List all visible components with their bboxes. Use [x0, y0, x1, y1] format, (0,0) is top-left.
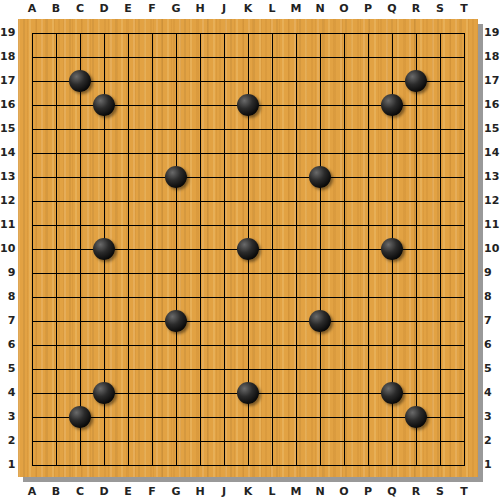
go-board-screen: ABCDEFGHJKLMNOPQRST 19181716151413121110… — [0, 0, 500, 500]
row-label: 13 — [483, 165, 499, 189]
column-label: T — [452, 1, 476, 17]
go-board[interactable] — [18, 19, 478, 477]
row-label: 8 — [483, 285, 499, 309]
column-label: E — [116, 484, 140, 500]
black-stone-N7 — [309, 310, 331, 332]
row-label: 3 — [0, 405, 16, 429]
row-label: 1 — [483, 453, 499, 477]
row-label: 1 — [0, 453, 16, 477]
black-stone-K10 — [237, 238, 259, 260]
row-label: 18 — [483, 45, 499, 69]
row-label: 6 — [483, 333, 499, 357]
row-label: 4 — [0, 381, 16, 405]
black-stone-N13 — [309, 166, 331, 188]
column-label: D — [92, 1, 116, 17]
column-labels-top: ABCDEFGHJKLMNOPQRST — [20, 1, 476, 17]
row-label: 12 — [483, 189, 499, 213]
row-label: 9 — [483, 261, 499, 285]
column-label: N — [308, 484, 332, 500]
row-label: 2 — [0, 429, 16, 453]
column-label: L — [260, 484, 284, 500]
black-stone-D4 — [93, 382, 115, 404]
row-label: 13 — [0, 165, 16, 189]
column-labels-bottom: ABCDEFGHJKLMNOPQRST — [20, 484, 476, 500]
black-stone-C3 — [69, 406, 91, 428]
row-label: 7 — [483, 309, 499, 333]
column-label: P — [356, 484, 380, 500]
column-label: O — [332, 484, 356, 500]
row-label: 11 — [0, 213, 16, 237]
column-label: N — [308, 1, 332, 17]
black-stone-G13 — [165, 166, 187, 188]
black-stone-Q4 — [381, 382, 403, 404]
column-label: G — [164, 1, 188, 17]
column-label: M — [284, 1, 308, 17]
column-label: J — [212, 1, 236, 17]
column-label: G — [164, 484, 188, 500]
black-stone-R17 — [405, 70, 427, 92]
column-label: L — [260, 1, 284, 17]
column-label: Q — [380, 484, 404, 500]
column-label: B — [44, 484, 68, 500]
row-label: 2 — [483, 429, 499, 453]
stones-layer — [20, 21, 476, 477]
black-stone-G7 — [165, 310, 187, 332]
black-stone-Q10 — [381, 238, 403, 260]
column-label: C — [68, 1, 92, 17]
row-label: 7 — [0, 309, 16, 333]
column-label: M — [284, 484, 308, 500]
row-label: 6 — [0, 333, 16, 357]
row-label: 17 — [483, 69, 499, 93]
row-label: 4 — [483, 381, 499, 405]
row-label: 9 — [0, 261, 16, 285]
row-label: 5 — [483, 357, 499, 381]
black-stone-D16 — [93, 94, 115, 116]
row-label: 10 — [483, 237, 499, 261]
column-label: P — [356, 1, 380, 17]
black-stone-D10 — [93, 238, 115, 260]
black-stone-R3 — [405, 406, 427, 428]
row-label: 10 — [0, 237, 16, 261]
column-label: R — [404, 484, 428, 500]
row-label: 5 — [0, 357, 16, 381]
row-label: 14 — [483, 141, 499, 165]
row-label: 8 — [0, 285, 16, 309]
column-label: S — [428, 484, 452, 500]
row-labels-left: 19181716151413121110987654321 — [0, 21, 16, 477]
row-label: 18 — [0, 45, 16, 69]
black-stone-C17 — [69, 70, 91, 92]
black-stone-K16 — [237, 94, 259, 116]
column-label: J — [212, 484, 236, 500]
column-label: A — [20, 1, 44, 17]
row-label: 15 — [0, 117, 16, 141]
black-stone-K4 — [237, 382, 259, 404]
column-label: E — [116, 1, 140, 17]
column-label: O — [332, 1, 356, 17]
row-label: 12 — [0, 189, 16, 213]
row-labels-right: 19181716151413121110987654321 — [483, 21, 499, 477]
row-label: 3 — [483, 405, 499, 429]
column-label: Q — [380, 1, 404, 17]
column-label: S — [428, 1, 452, 17]
column-label: K — [236, 1, 260, 17]
column-label: F — [140, 484, 164, 500]
row-label: 17 — [0, 69, 16, 93]
column-label: R — [404, 1, 428, 17]
row-label: 16 — [483, 93, 499, 117]
column-label: K — [236, 484, 260, 500]
column-label: T — [452, 484, 476, 500]
column-label: F — [140, 1, 164, 17]
column-label: H — [188, 1, 212, 17]
row-label: 15 — [483, 117, 499, 141]
column-label: A — [20, 484, 44, 500]
column-label: C — [68, 484, 92, 500]
column-label: H — [188, 484, 212, 500]
column-label: D — [92, 484, 116, 500]
row-label: 11 — [483, 213, 499, 237]
black-stone-Q16 — [381, 94, 403, 116]
row-label: 19 — [483, 21, 499, 45]
row-label: 14 — [0, 141, 16, 165]
row-label: 16 — [0, 93, 16, 117]
row-label: 19 — [0, 21, 16, 45]
column-label: B — [44, 1, 68, 17]
